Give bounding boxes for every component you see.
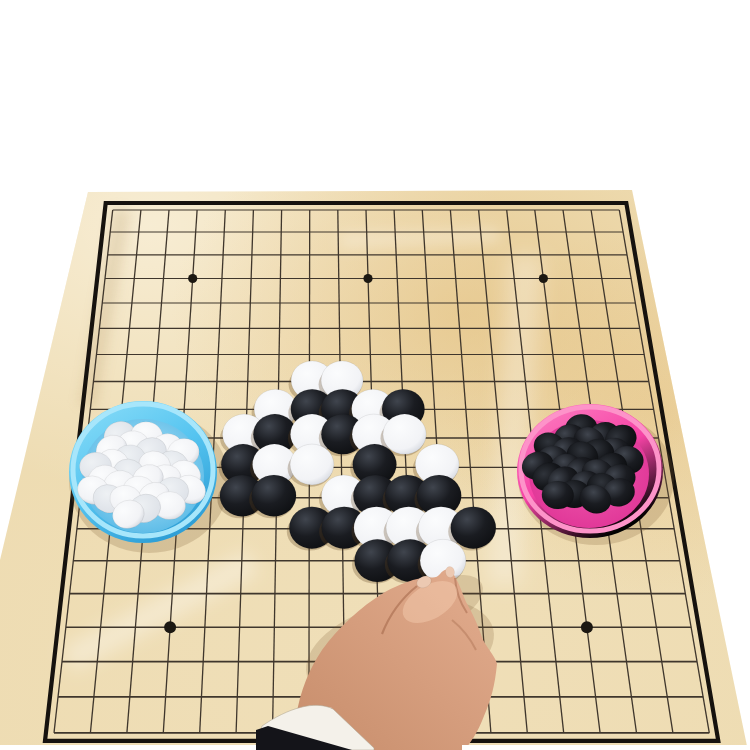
background-strip (462, 745, 750, 750)
white-stone-bowl (69, 401, 217, 543)
white-stone (290, 444, 334, 485)
go-set-product-photo (0, 0, 750, 750)
star-point (164, 621, 176, 633)
go-scene (0, 0, 750, 750)
black-stone (252, 475, 296, 516)
star-point (188, 274, 197, 283)
black-stone (451, 507, 496, 549)
board-stones (217, 361, 496, 584)
white-stone (383, 414, 426, 454)
star-point (539, 274, 548, 283)
hand (254, 564, 505, 750)
star-point (363, 274, 372, 283)
star-point (581, 621, 593, 633)
background-strip (0, 745, 256, 750)
black-stone-bowl (517, 404, 663, 538)
